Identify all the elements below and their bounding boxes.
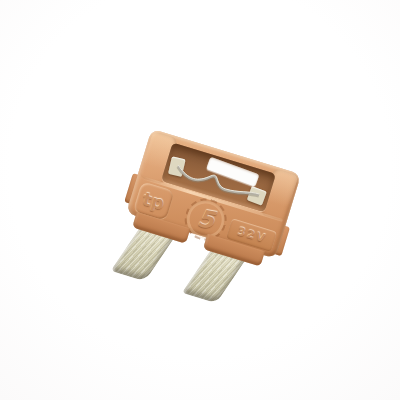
brand-mark: tp [141,190,166,213]
blade-fuse: tp 5 32V [104,129,315,336]
product-photo: tp 5 32V [0,0,400,400]
voltage-rating: 32V [235,225,267,246]
amp-rating: 5 [195,204,217,235]
